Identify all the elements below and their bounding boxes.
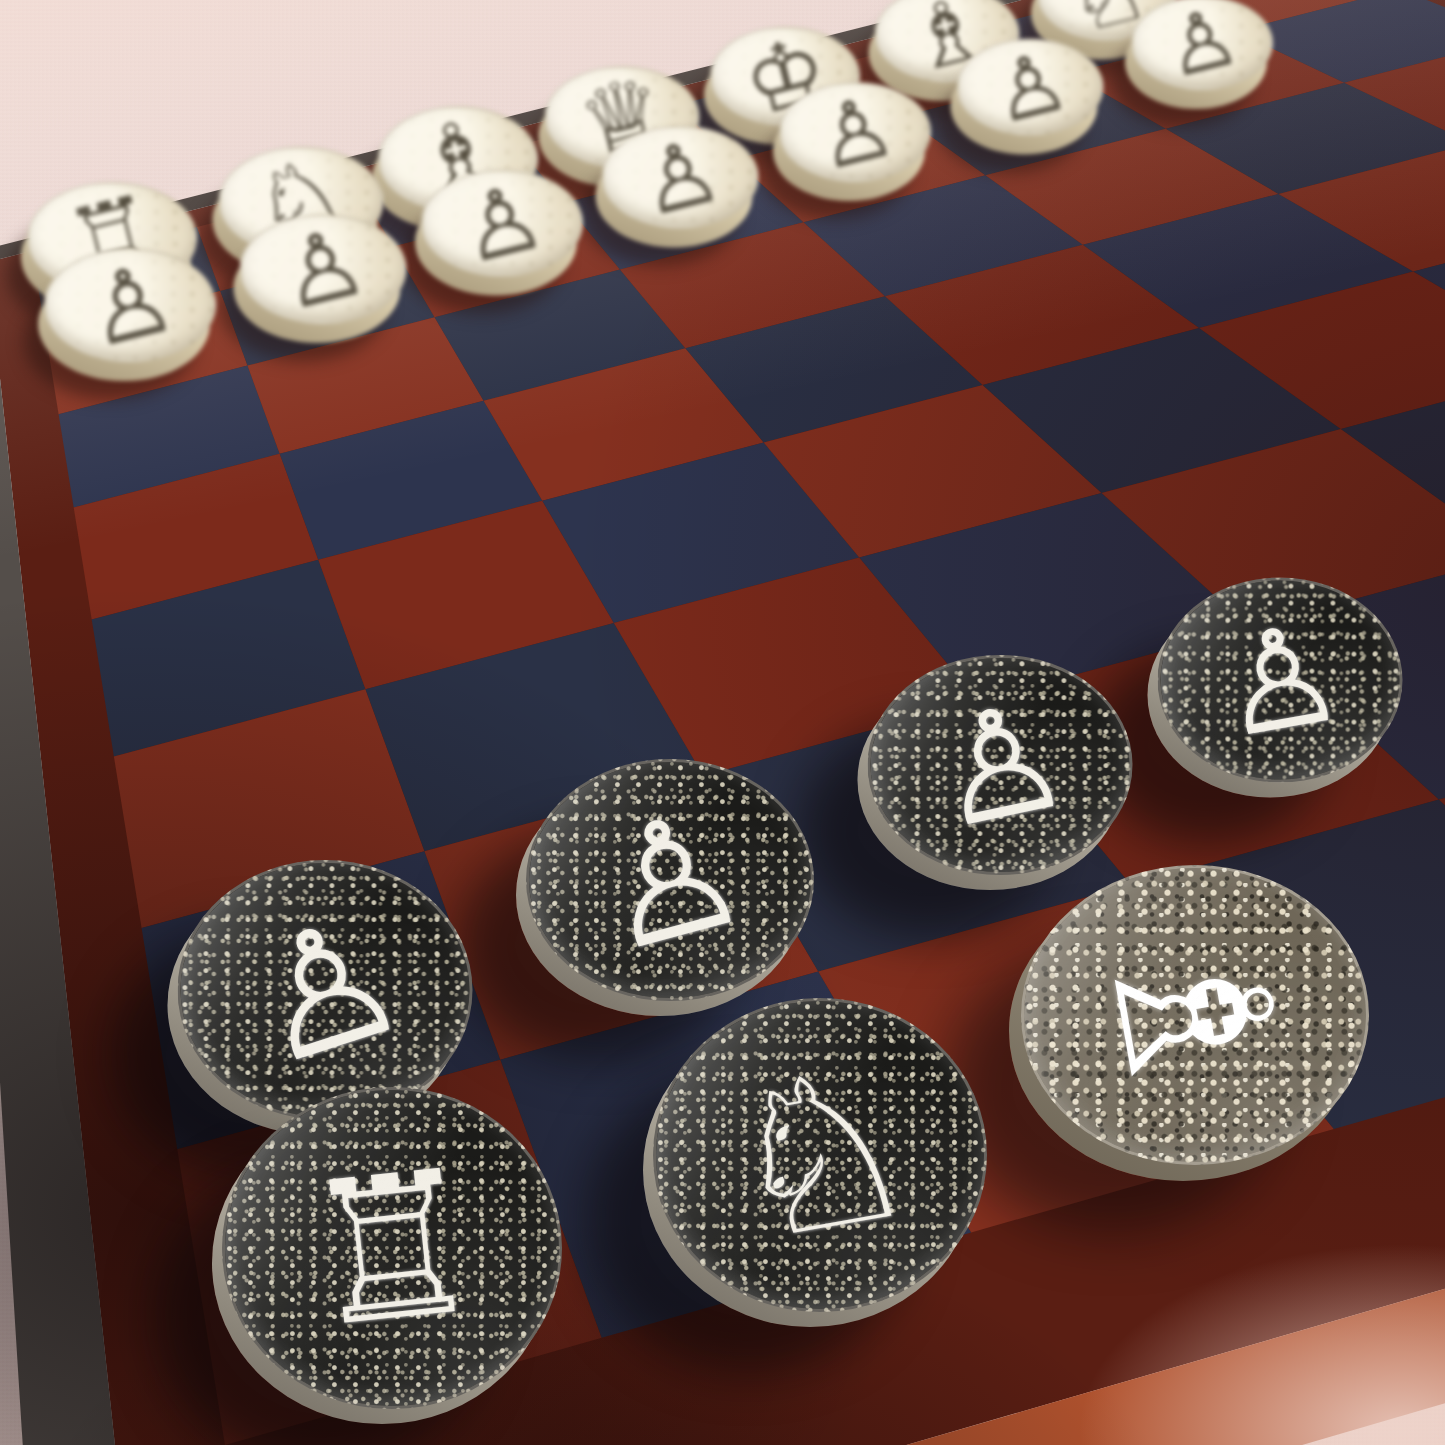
pawn-engraving-icon: ♙ xyxy=(808,82,903,182)
piece-white-pawn-f2: ♙ xyxy=(957,39,1104,136)
pawn-engraving-icon: ♙ xyxy=(984,39,1075,136)
piece-black-rook-a8: ♖ xyxy=(222,1087,562,1409)
piece-black-bishop-c8: ♗ xyxy=(1021,865,1369,1165)
disc-face: ♙ xyxy=(602,126,759,229)
disc-face: ♙ xyxy=(178,860,473,1120)
pawn-engraving-icon: ♙ xyxy=(631,126,729,229)
piece-black-pawn-a7: ♙ xyxy=(178,860,473,1120)
pawn-engraving-icon: ♙ xyxy=(271,214,376,324)
pieces-layer: ♘♙♗♙♔♙♕♙♗♙♘♙♖♙♙♙♙♙♗♘♖ xyxy=(0,0,1445,1445)
piece-black-pawn-c7: ♙ xyxy=(868,655,1133,875)
disc-face: ♙ xyxy=(44,248,216,362)
piece-white-pawn-g2: ♙ xyxy=(1131,0,1273,90)
photo-scene: ♘♙♗♙♔♙♕♙♗♙♘♙♖♙♙♙♙♙♗♘♖ xyxy=(0,0,1445,1445)
disc-face: ♙ xyxy=(1158,578,1403,783)
piece-black-pawn-d7: ♙ xyxy=(1158,578,1403,783)
disc-face: ♙ xyxy=(240,214,407,324)
piece-black-pawn-b7: ♙ xyxy=(526,759,814,1001)
pawn-engraving-icon: ♙ xyxy=(229,889,421,1092)
disc-face: ♘ xyxy=(653,998,987,1312)
piece-white-pawn-b2: ♙ xyxy=(240,214,407,324)
pawn-engraving-icon: ♙ xyxy=(451,170,552,277)
pawn-engraving-icon: ♙ xyxy=(579,784,760,977)
disc-face: ♙ xyxy=(1131,0,1273,90)
knight-engraving-icon: ♘ xyxy=(709,1035,931,1275)
disc-face: ♙ xyxy=(957,39,1104,136)
disc-face: ♖ xyxy=(222,1087,562,1409)
pawn-engraving-icon: ♙ xyxy=(1158,0,1247,90)
piece-white-pawn-c2: ♙ xyxy=(421,170,583,277)
piece-white-pawn-d2: ♙ xyxy=(602,126,759,229)
piece-white-pawn-e2: ♙ xyxy=(779,82,931,182)
pawn-engraving-icon: ♙ xyxy=(77,248,184,362)
pawn-engraving-icon: ♙ xyxy=(920,679,1081,851)
disc-face: ♙ xyxy=(526,759,814,1001)
disc-face: ♙ xyxy=(779,82,931,182)
disc-face: ♙ xyxy=(868,655,1133,875)
pawn-engraving-icon: ♙ xyxy=(1208,602,1353,758)
bishop-engraving-icon: ♗ xyxy=(1076,905,1314,1126)
disc-face: ♗ xyxy=(1021,865,1369,1165)
disc-face: ♙ xyxy=(421,170,583,277)
piece-white-pawn-a2: ♙ xyxy=(44,248,216,362)
rook-engraving-icon: ♖ xyxy=(294,1141,490,1355)
piece-black-knight-b8: ♘ xyxy=(653,998,987,1312)
